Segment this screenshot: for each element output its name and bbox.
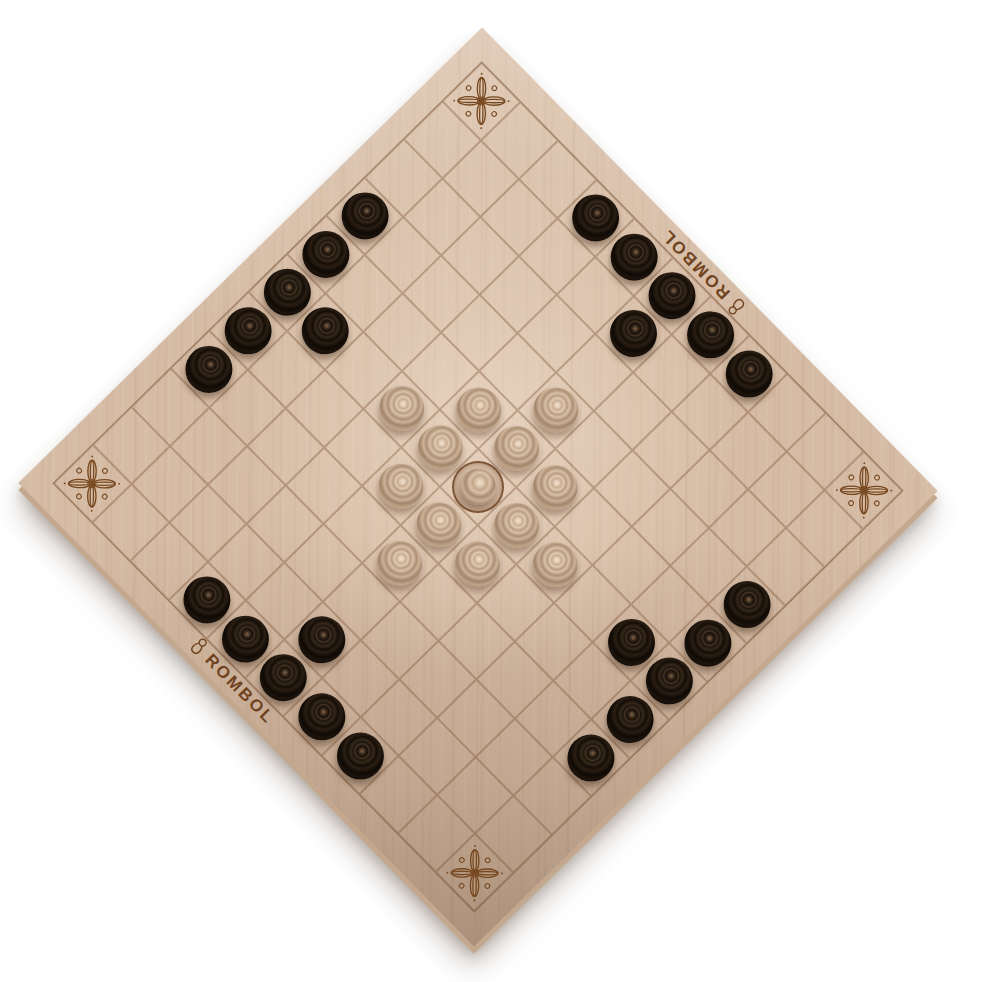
game-board: ROMBOL ROMBOL xyxy=(18,27,937,946)
board-grid xyxy=(52,61,903,912)
product-photo-canvas: ROMBOL ROMBOL xyxy=(0,0,986,982)
